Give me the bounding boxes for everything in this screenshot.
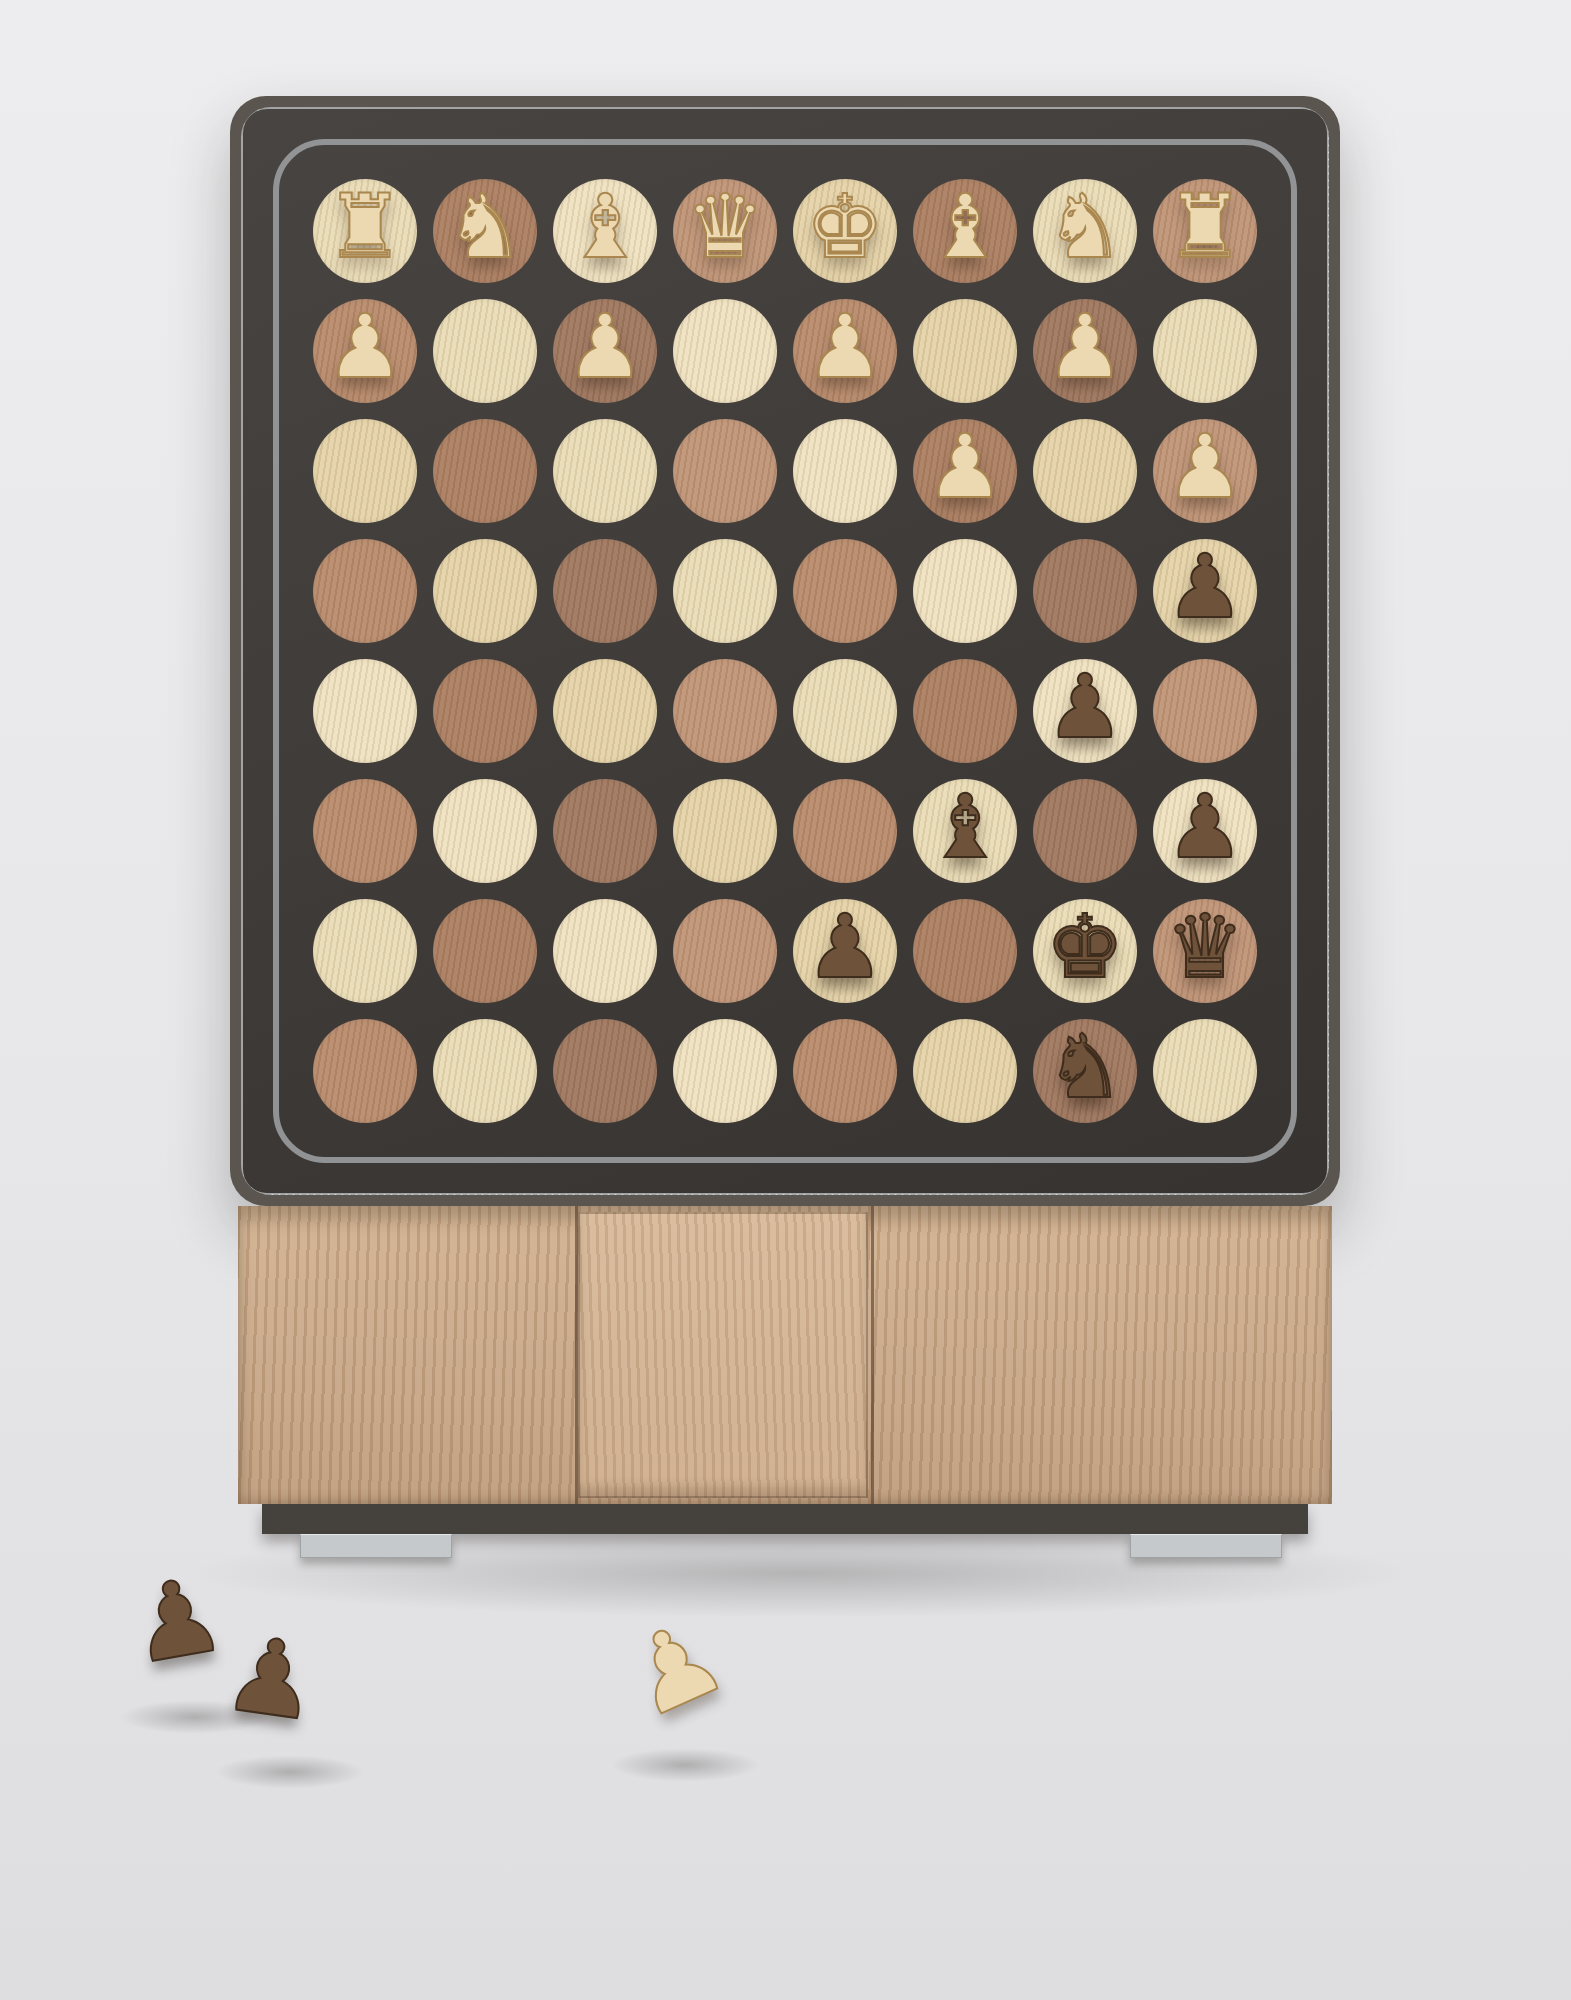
white-bishop-c8[interactable]: ♝: [566, 183, 645, 271]
white-pawn-a7[interactable]: ♟: [326, 303, 405, 391]
square-g2[interactable]: ♚: [1025, 891, 1145, 1011]
box-front-panel: [238, 1206, 1332, 1504]
storage-drawer[interactable]: [578, 1212, 868, 1498]
maple-dot: [673, 299, 777, 403]
walnut-dot: [553, 779, 657, 883]
black-pawn-g4[interactable]: ♟: [1046, 663, 1125, 751]
walnut-dot: [1033, 539, 1137, 643]
black-king-g2[interactable]: ♚: [1046, 903, 1125, 991]
square-g1[interactable]: ♞: [1025, 1011, 1145, 1131]
white-knight-b8[interactable]: ♞: [446, 183, 525, 271]
square-g8[interactable]: ♞: [1025, 171, 1145, 291]
walnut-dot: [553, 539, 657, 643]
square-b5[interactable]: [425, 531, 545, 651]
square-a8[interactable]: ♜: [305, 171, 425, 291]
black-pawn-h3[interactable]: ♟: [1166, 783, 1245, 871]
square-e7[interactable]: ♟: [785, 291, 905, 411]
walnut-dot: [313, 1019, 417, 1123]
square-e2[interactable]: ♟: [785, 891, 905, 1011]
square-f1[interactable]: [905, 1011, 1025, 1131]
metal-foot-left: [300, 1534, 452, 1558]
square-a1[interactable]: [305, 1011, 425, 1131]
square-a2[interactable]: [305, 891, 425, 1011]
maple-dot: [913, 299, 1017, 403]
maple-dot: [913, 539, 1017, 643]
square-c2[interactable]: [545, 891, 665, 1011]
square-g3[interactable]: [1025, 771, 1145, 891]
walnut-dot: [793, 539, 897, 643]
square-c3[interactable]: [545, 771, 665, 891]
maple-dot: [553, 659, 657, 763]
square-h7[interactable]: [1145, 291, 1265, 411]
square-a7[interactable]: ♟: [305, 291, 425, 411]
square-g4[interactable]: ♟: [1025, 651, 1145, 771]
white-pawn-g7[interactable]: ♟: [1046, 303, 1125, 391]
drawer-seam-right: [871, 1206, 874, 1504]
square-c6[interactable]: [545, 411, 665, 531]
maple-dot: [313, 419, 417, 523]
square-d8[interactable]: ♛: [665, 171, 785, 291]
square-a3[interactable]: [305, 771, 425, 891]
square-c4[interactable]: [545, 651, 665, 771]
maple-dot: [793, 659, 897, 763]
square-g6[interactable]: [1025, 411, 1145, 531]
square-f5[interactable]: [905, 531, 1025, 651]
square-f6[interactable]: ♟: [905, 411, 1025, 531]
white-pawn-h6[interactable]: ♟: [1166, 423, 1245, 511]
square-d2[interactable]: [665, 891, 785, 1011]
square-h6[interactable]: ♟: [1145, 411, 1265, 531]
maple-dot: [433, 779, 537, 883]
square-b3[interactable]: [425, 771, 545, 891]
square-e8[interactable]: ♚: [785, 171, 905, 291]
maple-dot: [673, 1019, 777, 1123]
square-d4[interactable]: [665, 651, 785, 771]
maple-dot: [913, 1019, 1017, 1123]
walnut-dot: [673, 899, 777, 1003]
chess-box: ♜♞♝♛♚♝♞♜♟♟♟♟♟♟♟♟♝♟♟♚♛♞: [230, 96, 1340, 1206]
square-g7[interactable]: ♟: [1025, 291, 1145, 411]
white-pawn-shadow: [610, 1748, 760, 1782]
chessboard: ♜♞♝♛♚♝♞♜♟♟♟♟♟♟♟♟♝♟♟♚♛♞: [243, 109, 1327, 1193]
drawer-wood-grain: [578, 1212, 868, 1498]
black-pawn-e2[interactable]: ♟: [806, 903, 885, 991]
maple-dot: [1153, 299, 1257, 403]
board-grid: ♜♞♝♛♚♝♞♜♟♟♟♟♟♟♟♟♝♟♟♚♛♞: [305, 171, 1265, 1131]
square-b7[interactable]: [425, 291, 545, 411]
black-pawn-h5[interactable]: ♟: [1166, 543, 1245, 631]
maple-dot: [433, 299, 537, 403]
square-d1[interactable]: [665, 1011, 785, 1131]
walnut-dot: [673, 419, 777, 523]
maple-dot: [313, 659, 417, 763]
walnut-dot: [1153, 659, 1257, 763]
square-b2[interactable]: [425, 891, 545, 1011]
maple-dot: [1033, 419, 1137, 523]
square-e5[interactable]: [785, 531, 905, 651]
metal-foot-right: [1130, 1534, 1282, 1558]
square-a5[interactable]: [305, 531, 425, 651]
black-knight-g1[interactable]: ♞: [1046, 1023, 1125, 1111]
walnut-dot: [793, 1019, 897, 1123]
square-b8[interactable]: ♞: [425, 171, 545, 291]
square-d7[interactable]: [665, 291, 785, 411]
maple-dot: [553, 899, 657, 1003]
maple-dot: [433, 1019, 537, 1123]
white-rook-h8[interactable]: ♜: [1166, 183, 1245, 271]
off-board-white-pawn[interactable]: ♟: [611, 1602, 738, 1735]
square-f8[interactable]: ♝: [905, 171, 1025, 291]
maple-dot: [433, 539, 537, 643]
square-h3[interactable]: ♟: [1145, 771, 1265, 891]
captured-black-pawn-2[interactable]: ♟: [218, 1620, 325, 1736]
square-c5[interactable]: [545, 531, 665, 651]
square-f2[interactable]: [905, 891, 1025, 1011]
square-d6[interactable]: [665, 411, 785, 531]
maple-dot: [793, 419, 897, 523]
square-a4[interactable]: [305, 651, 425, 771]
white-pawn-f6[interactable]: ♟: [926, 423, 1005, 511]
square-e3[interactable]: [785, 771, 905, 891]
walnut-dot: [553, 1019, 657, 1123]
black-bishop-f3[interactable]: ♝: [926, 783, 1005, 871]
white-bishop-f8[interactable]: ♝: [926, 183, 1005, 271]
square-f4[interactable]: [905, 651, 1025, 771]
white-pawn-c7[interactable]: ♟: [566, 303, 645, 391]
walnut-dot: [913, 899, 1017, 1003]
table-surface: ♜♞♝♛♚♝♞♜♟♟♟♟♟♟♟♟♝♟♟♚♛♞ ♟ ♟ ♟: [0, 0, 1571, 2000]
walnut-dot: [313, 779, 417, 883]
maple-dot: [673, 779, 777, 883]
square-e4[interactable]: [785, 651, 905, 771]
white-king-e8[interactable]: ♚: [806, 183, 885, 271]
square-f3[interactable]: ♝: [905, 771, 1025, 891]
square-b1[interactable]: [425, 1011, 545, 1131]
black-queen-h2[interactable]: ♛: [1166, 903, 1245, 991]
square-a6[interactable]: [305, 411, 425, 531]
walnut-dot: [913, 659, 1017, 763]
square-h1[interactable]: [1145, 1011, 1265, 1131]
square-b4[interactable]: [425, 651, 545, 771]
square-g5[interactable]: [1025, 531, 1145, 651]
square-h8[interactable]: ♜: [1145, 171, 1265, 291]
white-pawn-e7[interactable]: ♟: [806, 303, 885, 391]
square-d3[interactable]: [665, 771, 785, 891]
maple-dot: [1153, 1019, 1257, 1123]
white-rook-a8[interactable]: ♜: [326, 183, 405, 271]
captured-pawn-shadow: [215, 1755, 365, 1789]
maple-dot: [673, 539, 777, 643]
square-e1[interactable]: [785, 1011, 905, 1131]
captured-black-pawn-1[interactable]: ♟: [122, 1561, 232, 1680]
square-e6[interactable]: [785, 411, 905, 531]
square-b6[interactable]: [425, 411, 545, 531]
walnut-dot: [433, 419, 537, 523]
walnut-dot: [433, 899, 537, 1003]
white-knight-g8[interactable]: ♞: [1046, 183, 1125, 271]
walnut-dot: [433, 659, 537, 763]
square-c1[interactable]: [545, 1011, 665, 1131]
square-c8[interactable]: ♝: [545, 171, 665, 291]
square-c7[interactable]: ♟: [545, 291, 665, 411]
square-d5[interactable]: [665, 531, 785, 651]
white-queen-d8[interactable]: ♛: [686, 183, 765, 271]
walnut-dot: [673, 659, 777, 763]
walnut-dot: [313, 539, 417, 643]
walnut-dot: [793, 779, 897, 883]
maple-dot: [553, 419, 657, 523]
square-h5[interactable]: ♟: [1145, 531, 1265, 651]
walnut-dot: [1033, 779, 1137, 883]
square-f7[interactable]: [905, 291, 1025, 411]
square-h4[interactable]: [1145, 651, 1265, 771]
base-plinth: [262, 1504, 1308, 1534]
maple-dot: [313, 899, 417, 1003]
square-h2[interactable]: ♛: [1145, 891, 1265, 1011]
